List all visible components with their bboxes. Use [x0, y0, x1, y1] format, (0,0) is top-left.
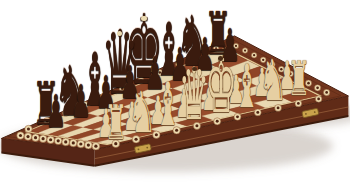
chess-board — [0, 0, 350, 187]
chess-set-photo: ♜♞♝♛♚♝♞♜♟♟♟♟♟♟♟♟♟♟♟♟♟♟♟♟♜♞♝♛♚♝♞♜ — [0, 0, 350, 187]
